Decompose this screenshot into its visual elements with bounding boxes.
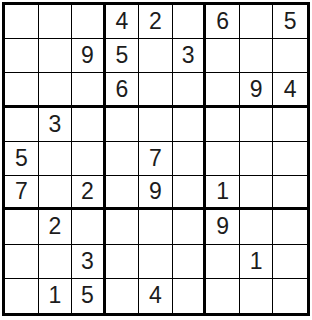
cell-r1c5[interactable]: 2 <box>139 5 173 39</box>
cell-r7c3[interactable] <box>72 210 106 244</box>
cell-r8c7[interactable] <box>206 245 240 279</box>
cell-r6c1[interactable]: 7 <box>5 176 39 210</box>
cell-r9c7[interactable] <box>206 279 240 313</box>
cell-r1c7[interactable]: 6 <box>206 5 240 39</box>
cell-r4c8[interactable] <box>240 108 274 142</box>
cell-r8c9[interactable] <box>273 245 307 279</box>
cell-r1c4[interactable]: 4 <box>106 5 140 39</box>
cell-r2c1[interactable] <box>5 39 39 73</box>
cell-r8c1[interactable] <box>5 245 39 279</box>
cell-r4c9[interactable] <box>273 108 307 142</box>
cell-r6c8[interactable] <box>240 176 274 210</box>
cell-r1c6[interactable] <box>173 5 207 39</box>
cell-r2c2[interactable] <box>39 39 73 73</box>
cell-r7c4[interactable] <box>106 210 140 244</box>
cell-r9c2[interactable]: 1 <box>39 279 73 313</box>
cell-r5c7[interactable] <box>206 142 240 176</box>
cell-r5c6[interactable] <box>173 142 207 176</box>
cell-r3c3[interactable] <box>72 73 106 107</box>
cell-r1c3[interactable] <box>72 5 106 39</box>
cell-r3c8[interactable]: 9 <box>240 73 274 107</box>
cell-r6c2[interactable] <box>39 176 73 210</box>
cell-r4c4[interactable] <box>106 108 140 142</box>
cell-r4c2[interactable]: 3 <box>39 108 73 142</box>
cell-r2c7[interactable] <box>206 39 240 73</box>
cell-r5c2[interactable] <box>39 142 73 176</box>
cell-r8c4[interactable] <box>106 245 140 279</box>
cell-r6c5[interactable]: 9 <box>139 176 173 210</box>
cell-r5c5[interactable]: 7 <box>139 142 173 176</box>
cell-r3c7[interactable] <box>206 73 240 107</box>
cell-r3c2[interactable] <box>39 73 73 107</box>
cell-r7c1[interactable] <box>5 210 39 244</box>
cell-r7c2[interactable]: 2 <box>39 210 73 244</box>
cell-r5c1[interactable]: 5 <box>5 142 39 176</box>
cell-r4c1[interactable] <box>5 108 39 142</box>
cell-r7c8[interactable] <box>240 210 274 244</box>
cell-r7c7[interactable]: 9 <box>206 210 240 244</box>
cell-r4c7[interactable] <box>206 108 240 142</box>
cell-r2c6[interactable]: 3 <box>173 39 207 73</box>
cell-r3c4[interactable]: 6 <box>106 73 140 107</box>
cell-r3c1[interactable] <box>5 73 39 107</box>
cell-r3c6[interactable] <box>173 73 207 107</box>
cell-r4c3[interactable] <box>72 108 106 142</box>
cell-r2c4[interactable]: 5 <box>106 39 140 73</box>
cell-r7c6[interactable] <box>173 210 207 244</box>
cell-r1c2[interactable] <box>39 5 73 39</box>
cell-r1c8[interactable] <box>240 5 274 39</box>
cell-r5c9[interactable] <box>273 142 307 176</box>
cell-r6c3[interactable]: 2 <box>72 176 106 210</box>
cell-r8c6[interactable] <box>173 245 207 279</box>
cell-r2c8[interactable] <box>240 39 274 73</box>
cell-r9c8[interactable] <box>240 279 274 313</box>
cell-r3c5[interactable] <box>139 73 173 107</box>
cell-r5c8[interactable] <box>240 142 274 176</box>
sudoku-page: 426595369435772912931154 <box>0 0 312 320</box>
cell-r3c9[interactable]: 4 <box>273 73 307 107</box>
cell-r9c3[interactable]: 5 <box>72 279 106 313</box>
cell-r2c9[interactable] <box>273 39 307 73</box>
cell-r8c2[interactable] <box>39 245 73 279</box>
cell-r6c7[interactable]: 1 <box>206 176 240 210</box>
cell-r1c9[interactable]: 5 <box>273 5 307 39</box>
cell-r9c4[interactable] <box>106 279 140 313</box>
cell-r5c4[interactable] <box>106 142 140 176</box>
cell-r2c3[interactable]: 9 <box>72 39 106 73</box>
cell-r9c5[interactable]: 4 <box>139 279 173 313</box>
cell-r5c3[interactable] <box>72 142 106 176</box>
cell-r7c5[interactable] <box>139 210 173 244</box>
cell-r8c3[interactable]: 3 <box>72 245 106 279</box>
cell-r8c8[interactable]: 1 <box>240 245 274 279</box>
cell-r9c6[interactable] <box>173 279 207 313</box>
cell-r9c9[interactable] <box>273 279 307 313</box>
cell-r6c4[interactable] <box>106 176 140 210</box>
cell-r6c9[interactable] <box>273 176 307 210</box>
cell-r1c1[interactable] <box>5 5 39 39</box>
cell-r7c9[interactable] <box>273 210 307 244</box>
cell-r4c6[interactable] <box>173 108 207 142</box>
cell-r6c6[interactable] <box>173 176 207 210</box>
cell-r4c5[interactable] <box>139 108 173 142</box>
cell-r2c5[interactable] <box>139 39 173 73</box>
sudoku-board: 426595369435772912931154 <box>2 2 310 316</box>
cell-r9c1[interactable] <box>5 279 39 313</box>
cell-r8c5[interactable] <box>139 245 173 279</box>
